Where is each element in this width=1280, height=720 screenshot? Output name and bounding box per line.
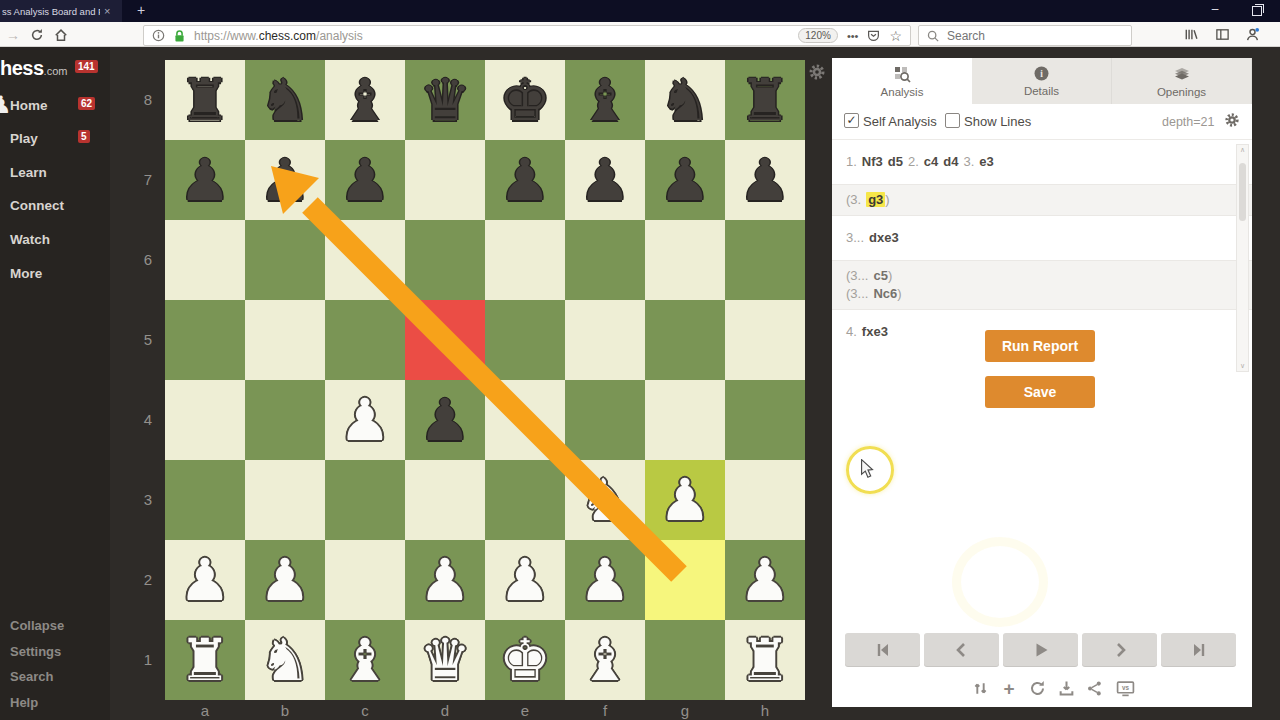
square-e3[interactable]: [485, 460, 565, 540]
analysis-icon: [893, 65, 911, 83]
square-h4[interactable]: [725, 380, 805, 460]
add-move-icon[interactable]: +: [1000, 680, 1018, 698]
tab-label: Openings: [1157, 86, 1206, 98]
sidebar-item-label: More: [10, 266, 42, 281]
file-label-a: a: [165, 702, 245, 719]
square-a5[interactable]: [165, 300, 245, 380]
square-c5[interactable]: [325, 300, 405, 380]
square-g4[interactable]: [645, 380, 725, 460]
rank-label-1: 1: [110, 620, 158, 700]
sidebar-item-watch[interactable]: Watch: [10, 232, 106, 247]
square-f1[interactable]: ♝: [565, 620, 645, 700]
rank-label-7: 7: [110, 140, 158, 220]
library-icon[interactable]: [1178, 22, 1202, 47]
piece-black-pawn[interactable]: ♟: [659, 140, 711, 220]
piece-white-pawn[interactable]: ♟: [179, 540, 231, 620]
square-g6[interactable]: [645, 220, 725, 300]
move-number: 2.: [908, 154, 919, 169]
page-content: hess.com 141 ♟ Home 62 Play 5 Learn Conn…: [0, 47, 1280, 720]
search-icon: [927, 30, 939, 42]
rank-label-6: 6: [110, 220, 158, 300]
analysis-settings-gear-icon[interactable]: [1224, 112, 1240, 128]
move-number: (3...: [846, 286, 868, 301]
square-d1[interactable]: ♛: [405, 620, 485, 700]
restore-icon: [1252, 6, 1262, 16]
move-number: (3.: [846, 192, 861, 207]
rank-label-3: 3: [110, 460, 158, 540]
rank-label-2: 2: [110, 540, 158, 620]
variation-row: (3...c5)(3...Nc6): [832, 260, 1252, 310]
square-g3[interactable]: ♟: [645, 460, 725, 540]
mainline-row: 3...dxe3: [832, 216, 1252, 260]
square-g1[interactable]: [645, 620, 725, 700]
square-b5[interactable]: [245, 300, 325, 380]
piece-black-knight[interactable]: ♞: [659, 60, 711, 140]
flip-board-icon[interactable]: [972, 680, 990, 698]
square-g8[interactable]: ♞: [645, 60, 725, 140]
square-e1[interactable]: ♚: [485, 620, 565, 700]
piece-white-pawn[interactable]: ♟: [339, 380, 391, 460]
sidebar-item-collapse[interactable]: Collapse: [10, 618, 64, 633]
logo-text: hess: [0, 57, 44, 79]
square-h7[interactable]: ♟: [725, 140, 805, 220]
square-f6[interactable]: [565, 220, 645, 300]
tab-analysis[interactable]: Analysis: [832, 58, 972, 104]
self-analysis-checkbox[interactable]: ✓: [844, 113, 859, 128]
move-e3[interactable]: e3: [979, 154, 993, 169]
square-c2[interactable]: [325, 540, 405, 620]
square-b7[interactable]: ♟: [245, 140, 325, 220]
square-f2[interactable]: ♟: [565, 540, 645, 620]
forward-button[interactable]: →: [2, 22, 24, 47]
square-c1[interactable]: ♝: [325, 620, 405, 700]
move-c5[interactable]: c5: [873, 268, 887, 283]
show-lines-checkbox[interactable]: [945, 113, 960, 128]
file-label-b: b: [245, 702, 325, 719]
square-e2[interactable]: ♟: [485, 540, 565, 620]
piece-white-knight[interactable]: ♞: [259, 620, 311, 700]
move-list: 1.Nf3d52.c4d43.e3(3.g3)3...dxe3(3...c5)(…: [832, 140, 1252, 354]
tab-title: ss Analysis Board and PGN: [2, 6, 100, 17]
square-f4[interactable]: [565, 380, 645, 460]
tab-openings[interactable]: Openings: [1112, 58, 1252, 104]
square-e8[interactable]: ♚: [485, 60, 565, 140]
move-Nc6[interactable]: Nc6: [873, 286, 897, 301]
piece-black-pawn[interactable]: ♟: [579, 140, 631, 220]
sidebar-item-more[interactable]: More: [10, 266, 106, 281]
details-info-icon: i: [1033, 65, 1050, 82]
square-f3[interactable]: ♞: [565, 460, 645, 540]
self-analysis-label: Self Analysis: [863, 114, 937, 129]
options-row: ✓ Self Analysis Show Lines depth=21: [832, 104, 1252, 140]
move-number: (3...: [846, 268, 868, 283]
piece-white-pawn[interactable]: ♟: [579, 540, 631, 620]
square-c3[interactable]: [325, 460, 405, 540]
piece-black-pawn[interactable]: ♟: [499, 140, 551, 220]
piece-white-bishop[interactable]: ♝: [339, 620, 391, 700]
square-d6[interactable]: [405, 220, 485, 300]
site-info-icon[interactable]: [152, 29, 165, 42]
tab-details[interactable]: i Details: [972, 58, 1112, 104]
piece-black-pawn[interactable]: ♟: [739, 140, 791, 220]
file-label-f: f: [565, 702, 645, 719]
square-h5[interactable]: [725, 300, 805, 380]
svg-text:vs: vs: [1122, 684, 1130, 691]
piece-white-pawn[interactable]: ♟: [259, 540, 311, 620]
panel-icon-row: + vs: [832, 678, 1252, 702]
sidebar-item-play[interactable]: Play 5: [10, 131, 106, 146]
bookmark-star-icon[interactable]: ☆: [889, 28, 902, 44]
sidebar: hess.com 141 ♟ Home 62 Play 5 Learn Conn…: [0, 47, 110, 720]
save-button[interactable]: Save: [985, 376, 1095, 408]
go-to-start-button[interactable]: [845, 633, 920, 666]
square-b4[interactable]: [245, 380, 325, 460]
search-input[interactable]: [945, 28, 1099, 44]
browser-tab-bar: ss Analysis Board and PGN × + –: [0, 0, 1280, 22]
square-b2[interactable]: ♟: [245, 540, 325, 620]
square-e7[interactable]: ♟: [485, 140, 565, 220]
chess-board[interactable]: ♜♞♝♛♚♝♞♜♟♟♟♟♟♟♟♟♟♞♟♟♟♟♟♟♟♜♞♝♛♚♝♜: [165, 60, 805, 700]
play-badge: 5: [78, 130, 90, 143]
piece-black-rook[interactable]: ♜: [739, 60, 791, 140]
square-d7[interactable]: [405, 140, 485, 220]
scrollbar-thumb[interactable]: [1239, 163, 1246, 221]
piece-white-king[interactable]: ♚: [499, 620, 551, 700]
show-lines-label: Show Lines: [964, 114, 1031, 129]
file-label-h: h: [725, 702, 805, 719]
piece-black-queen[interactable]: ♛: [419, 60, 471, 140]
rank-label-8: 8: [110, 60, 158, 140]
square-g7[interactable]: ♟: [645, 140, 725, 220]
square-f8[interactable]: ♝: [565, 60, 645, 140]
browser-toolbar: → https://www.chess.com/analysis 120% ••…: [0, 22, 1280, 47]
square-d3[interactable]: [405, 460, 485, 540]
move-number: 1.: [846, 154, 857, 169]
sidebar-item-help[interactable]: Help: [10, 695, 38, 710]
share-icon[interactable]: [1086, 680, 1104, 698]
square-d5[interactable]: [405, 300, 485, 380]
file-labels: abcdefgh: [165, 702, 805, 719]
new-tab-button[interactable]: +: [130, 0, 152, 22]
piece-black-knight[interactable]: ♞: [259, 60, 311, 140]
sidebar-item-label: Watch: [10, 232, 50, 247]
home-badge: 62: [78, 97, 95, 110]
move-number: ): [885, 192, 889, 207]
square-a2[interactable]: ♟: [165, 540, 245, 620]
sidebar-item-home[interactable]: Home 62: [10, 98, 106, 113]
square-c7[interactable]: ♟: [325, 140, 405, 220]
square-f5[interactable]: [565, 300, 645, 380]
sidebar-item-label: Play: [10, 131, 38, 146]
piece-black-king[interactable]: ♚: [499, 60, 551, 140]
file-label-c: c: [325, 702, 405, 719]
square-b8[interactable]: ♞: [245, 60, 325, 140]
move-number: 4.: [846, 324, 857, 339]
square-d8[interactable]: ♛: [405, 60, 485, 140]
move-number: 3...: [846, 230, 864, 245]
square-a8[interactable]: ♜: [165, 60, 245, 140]
move-g3[interactable]: g3: [866, 192, 885, 207]
play-button[interactable]: [1003, 633, 1078, 666]
file-label-g: g: [645, 702, 725, 719]
url-domain: chess.com: [259, 29, 316, 43]
pocket-icon[interactable]: [867, 29, 880, 42]
variation-row: (3.g3): [832, 184, 1252, 216]
move-navigation: [832, 633, 1252, 668]
square-h6[interactable]: [725, 220, 805, 300]
tab-label: Analysis: [881, 86, 924, 98]
chesscom-logo[interactable]: hess.com: [0, 57, 67, 80]
rank-label-5: 5: [110, 300, 158, 380]
depth-indicator: depth=21: [1162, 115, 1214, 129]
piece-white-rook[interactable]: ♜: [739, 620, 791, 700]
piece-black-bishop[interactable]: ♝: [339, 60, 391, 140]
padlock-icon[interactable]: [173, 29, 186, 43]
file-label-d: d: [405, 702, 485, 719]
square-h8[interactable]: ♜: [725, 60, 805, 140]
svg-text:i: i: [1040, 69, 1043, 79]
piece-white-knight[interactable]: ♞: [579, 460, 631, 540]
piece-white-bishop[interactable]: ♝: [579, 620, 631, 700]
logo-tld: .com: [44, 65, 68, 77]
notifications-badge[interactable]: 141: [75, 60, 98, 73]
square-e4[interactable]: [485, 380, 565, 460]
page-actions-icon[interactable]: •••: [847, 30, 859, 42]
square-b6[interactable]: [245, 220, 325, 300]
square-e5[interactable]: [485, 300, 565, 380]
square-d4[interactable]: ♟: [405, 380, 485, 460]
sidebar-item-label: Connect: [10, 198, 64, 213]
square-a7[interactable]: ♟: [165, 140, 245, 220]
refresh-button[interactable]: [26, 22, 48, 47]
piece-white-pawn[interactable]: ♟: [659, 460, 711, 540]
vs-computer-icon[interactable]: vs: [1116, 680, 1134, 698]
move-number: 3.: [963, 154, 974, 169]
square-c8[interactable]: ♝: [325, 60, 405, 140]
file-label-e: e: [485, 702, 565, 719]
piece-white-pawn[interactable]: ♟: [419, 540, 471, 620]
account-icon[interactable]: [1240, 22, 1264, 47]
move-dxe3[interactable]: dxe3: [869, 230, 899, 245]
piece-black-rook[interactable]: ♜: [179, 60, 231, 140]
move-fxe3[interactable]: fxe3: [862, 324, 888, 339]
url-path: /analysis: [316, 29, 363, 43]
run-report-button[interactable]: Run Report: [985, 330, 1095, 362]
move-number: ): [897, 286, 901, 301]
square-h2[interactable]: ♟: [725, 540, 805, 620]
sidebar-item-search[interactable]: Search: [10, 669, 53, 684]
square-a6[interactable]: [165, 220, 245, 300]
move-Nf3[interactable]: Nf3: [862, 154, 883, 169]
square-h1[interactable]: ♜: [725, 620, 805, 700]
square-f7[interactable]: ♟: [565, 140, 645, 220]
piece-black-bishop[interactable]: ♝: [579, 60, 631, 140]
go-to-end-button[interactable]: [1161, 633, 1236, 666]
piece-white-pawn[interactable]: ♟: [499, 540, 551, 620]
square-h3[interactable]: [725, 460, 805, 540]
square-b3[interactable]: [245, 460, 325, 540]
previous-move-button[interactable]: [924, 633, 999, 666]
zoom-level-badge[interactable]: 120%: [798, 28, 838, 43]
piece-white-rook[interactable]: ♜: [179, 620, 231, 700]
browser-tab[interactable]: ss Analysis Board and PGN ×: [0, 0, 122, 22]
piece-black-pawn[interactable]: ♟: [339, 140, 391, 220]
sidebar-item-label: Learn: [10, 165, 47, 180]
move-d4[interactable]: d4: [943, 154, 958, 169]
tab-close-icon[interactable]: ×: [104, 5, 110, 17]
piece-white-queen[interactable]: ♛: [419, 620, 471, 700]
url-bar[interactable]: https://www.chess.com/analysis 120% ••• …: [143, 25, 911, 46]
board-settings-gear-icon[interactable]: [808, 63, 826, 81]
openings-book-icon: [1173, 65, 1191, 83]
square-d2[interactable]: ♟: [405, 540, 485, 620]
faded-click-ring: [952, 537, 1048, 627]
screen: ss Analysis Board and PGN × + – → https:…: [0, 0, 1280, 720]
square-e6[interactable]: [485, 220, 565, 300]
square-a4[interactable]: [165, 380, 245, 460]
window-restore-button[interactable]: [1242, 0, 1272, 22]
window-minimize-button[interactable]: –: [1200, 0, 1230, 22]
square-g5[interactable]: [645, 300, 725, 380]
search-bar[interactable]: [918, 25, 1132, 46]
move-list-scrollbar[interactable]: ∧ ∨: [1236, 144, 1249, 372]
scroll-up-icon[interactable]: ∧: [1237, 146, 1248, 154]
piece-black-pawn[interactable]: ♟: [259, 140, 311, 220]
url-text[interactable]: https://www.chess.com/analysis: [194, 29, 363, 43]
url-prefix: https://www.: [194, 29, 259, 43]
piece-white-pawn[interactable]: ♟: [739, 540, 791, 620]
rank-labels: 87654321: [110, 60, 158, 700]
sidebar-item-connect[interactable]: Connect: [10, 198, 106, 213]
rank-label-4: 4: [110, 380, 158, 460]
scroll-down-icon[interactable]: ∨: [1237, 362, 1248, 370]
sidebar-item-settings[interactable]: Settings: [10, 644, 61, 659]
square-c4[interactable]: ♟: [325, 380, 405, 460]
download-pgn-icon[interactable]: [1058, 680, 1076, 698]
square-b1[interactable]: ♞: [245, 620, 325, 700]
move-d5[interactable]: d5: [888, 154, 903, 169]
tab-label: Details: [1024, 85, 1059, 97]
sidebar-item-label: Home: [10, 98, 48, 113]
home-button[interactable]: [50, 22, 72, 47]
square-c6[interactable]: [325, 220, 405, 300]
reset-board-icon[interactable]: [1029, 680, 1047, 698]
piece-black-pawn[interactable]: ♟: [419, 380, 471, 460]
mouse-cursor: [861, 459, 875, 479]
panel-tabs: Analysis i Details Openings: [832, 58, 1252, 104]
move-c4[interactable]: c4: [924, 154, 938, 169]
analysis-panel: Analysis i Details Openings ✓ Self: [832, 58, 1252, 707]
sidebar-item-learn[interactable]: Learn: [10, 165, 106, 180]
move-number: ): [888, 268, 892, 283]
square-a1[interactable]: ♜: [165, 620, 245, 700]
next-move-button[interactable]: [1082, 633, 1157, 666]
mainline-row: 1.Nf3d52.c4d43.e3: [832, 140, 1252, 184]
sidebar-toggle-icon[interactable]: [1210, 22, 1234, 47]
square-a3[interactable]: [165, 460, 245, 540]
piece-black-pawn[interactable]: ♟: [179, 140, 231, 220]
square-g2[interactable]: [645, 540, 725, 620]
